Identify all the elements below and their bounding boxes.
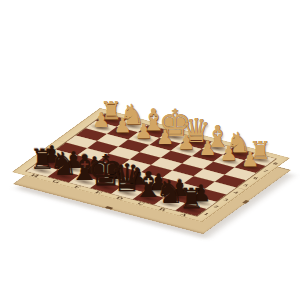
product-photo: ♜♞♝♚♛♝♞♜♟♟♟♟♟♟♟♟♟♟♟♟♟♟♟♟♜♞♝♚♛♝♞♜ HGFEDCB… [0, 0, 300, 300]
